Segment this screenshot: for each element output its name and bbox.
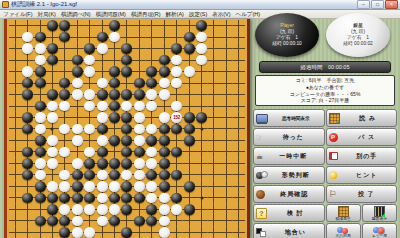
board-cell[interactable] xyxy=(133,20,145,31)
board-cell[interactable] xyxy=(46,77,58,88)
board-cell[interactable] xyxy=(59,89,71,100)
board-cell[interactable] xyxy=(21,215,33,226)
board-cell[interactable] xyxy=(183,158,195,169)
board-cell[interactable] xyxy=(84,227,96,238)
board-cell[interactable] xyxy=(208,54,220,65)
board-cell[interactable] xyxy=(34,181,46,192)
board-cell[interactable] xyxy=(96,204,108,215)
board-cell[interactable] xyxy=(59,146,71,157)
board-cell[interactable] xyxy=(146,215,158,226)
board-cell[interactable] xyxy=(195,112,207,123)
board-cell[interactable] xyxy=(71,31,83,42)
board-cell[interactable] xyxy=(59,43,71,54)
board-cell[interactable] xyxy=(146,54,158,65)
board-cell[interactable] xyxy=(46,135,58,146)
board-cell[interactable] xyxy=(195,215,207,226)
board-cell[interactable] xyxy=(183,43,195,54)
board-cell[interactable] xyxy=(46,192,58,203)
board-cell[interactable] xyxy=(21,227,33,238)
board-cell[interactable] xyxy=(59,158,71,169)
board-cell[interactable] xyxy=(220,135,232,146)
board-cell[interactable] xyxy=(71,146,83,157)
board-cell[interactable] xyxy=(84,181,96,192)
board-cell[interactable] xyxy=(96,169,108,180)
board-cell[interactable] xyxy=(208,227,220,238)
board-cell[interactable] xyxy=(195,135,207,146)
menu-item[interactable]: 表示(V) xyxy=(212,11,230,18)
board-cell[interactable] xyxy=(170,54,182,65)
territory-button[interactable]: 地合い xyxy=(253,223,325,238)
board-cell[interactable] xyxy=(121,192,133,203)
board-cell[interactable] xyxy=(158,54,170,65)
board-cell[interactable] xyxy=(146,169,158,180)
board-cell[interactable] xyxy=(121,169,133,180)
board-cell[interactable] xyxy=(9,100,21,111)
board-cell[interactable] xyxy=(146,123,158,134)
board-cell[interactable] xyxy=(208,89,220,100)
board-cell[interactable] xyxy=(9,204,21,215)
board-cell[interactable] xyxy=(108,123,120,134)
board-cell[interactable] xyxy=(46,215,58,226)
board-cell[interactable] xyxy=(121,31,133,42)
board-cell[interactable] xyxy=(233,89,245,100)
board-cell[interactable] xyxy=(158,89,170,100)
board-cell[interactable] xyxy=(121,66,133,77)
board-cell[interactable] xyxy=(34,112,46,123)
board-cell[interactable] xyxy=(233,112,245,123)
board-cell[interactable] xyxy=(170,227,182,238)
board-cell[interactable] xyxy=(170,31,182,42)
board-cell[interactable] xyxy=(195,146,207,157)
board-cell[interactable] xyxy=(183,54,195,65)
board-cell[interactable] xyxy=(71,123,83,134)
board-cell[interactable] xyxy=(146,181,158,192)
board-cell[interactable] xyxy=(208,100,220,111)
board-cell[interactable] xyxy=(133,43,145,54)
board-cell[interactable] xyxy=(84,135,96,146)
board-cell[interactable] xyxy=(71,215,83,226)
board-cell[interactable] xyxy=(195,123,207,134)
board-cell[interactable] xyxy=(96,215,108,226)
board-cell[interactable] xyxy=(84,89,96,100)
board-cell[interactable] xyxy=(146,77,158,88)
board-cell[interactable] xyxy=(34,77,46,88)
board-cell[interactable] xyxy=(9,77,21,88)
board-cell[interactable] xyxy=(146,204,158,215)
board-cell[interactable] xyxy=(133,158,145,169)
board-cell[interactable] xyxy=(195,169,207,180)
board-cell[interactable] xyxy=(46,89,58,100)
board-cell[interactable] xyxy=(46,146,58,157)
board-cell[interactable] xyxy=(96,123,108,134)
board-cell[interactable] xyxy=(21,77,33,88)
board-cell[interactable] xyxy=(84,192,96,203)
board-cell[interactable] xyxy=(9,215,21,226)
board-cell[interactable] xyxy=(220,215,232,226)
board-cell[interactable] xyxy=(121,54,133,65)
board-cell[interactable] xyxy=(220,20,232,31)
board-cell[interactable] xyxy=(71,204,83,215)
board-cell[interactable] xyxy=(21,146,33,157)
board-cell[interactable] xyxy=(108,20,120,31)
board-cell[interactable] xyxy=(84,158,96,169)
board-cell[interactable] xyxy=(146,100,158,111)
board-cell[interactable] xyxy=(133,181,145,192)
board-cell[interactable] xyxy=(195,158,207,169)
board-cell[interactable] xyxy=(195,204,207,215)
board-cell[interactable] xyxy=(84,31,96,42)
menu-item[interactable]: 解析(A) xyxy=(166,11,184,18)
another-game-button[interactable]: もう一局 xyxy=(362,223,397,238)
board-cell[interactable] xyxy=(96,100,108,111)
board-cell[interactable] xyxy=(183,89,195,100)
board-cell[interactable] xyxy=(220,100,232,111)
board-cell[interactable] xyxy=(34,54,46,65)
board-cell[interactable] xyxy=(220,43,232,54)
board-cell[interactable]: 152 xyxy=(170,112,182,123)
board-cell[interactable] xyxy=(220,123,232,134)
board-cell[interactable] xyxy=(146,66,158,77)
board-cell[interactable] xyxy=(34,66,46,77)
board-cell[interactable] xyxy=(96,192,108,203)
board-cell[interactable] xyxy=(34,204,46,215)
end-confirm-button[interactable]: 終局確認 xyxy=(253,185,325,203)
board-cell[interactable] xyxy=(121,112,133,123)
board-cell[interactable] xyxy=(21,100,33,111)
menu-item[interactable]: 棋譜再現(R) xyxy=(131,11,161,18)
record-play-button[interactable]: 棋譜再生 xyxy=(326,204,361,222)
board-cell[interactable] xyxy=(220,77,232,88)
board-cell[interactable] xyxy=(71,43,83,54)
board-cell[interactable] xyxy=(108,192,120,203)
board-cell[interactable] xyxy=(34,135,46,146)
board-cell[interactable] xyxy=(71,100,83,111)
board-cell[interactable] xyxy=(170,43,182,54)
board-cell[interactable] xyxy=(158,66,170,77)
board-cell[interactable] xyxy=(108,31,120,42)
board-cell[interactable] xyxy=(9,181,21,192)
board-cell[interactable] xyxy=(34,89,46,100)
board-cell[interactable] xyxy=(46,123,58,134)
board-cell[interactable] xyxy=(183,66,195,77)
board-cell[interactable] xyxy=(208,215,220,226)
board-cell[interactable] xyxy=(170,192,182,203)
board-cell[interactable] xyxy=(133,135,145,146)
board-cell[interactable] xyxy=(121,227,133,238)
board-cell[interactable] xyxy=(183,181,195,192)
board-cell[interactable] xyxy=(96,112,108,123)
board-cell[interactable] xyxy=(170,169,182,180)
board-cell[interactable] xyxy=(195,227,207,238)
board-cell[interactable] xyxy=(108,43,120,54)
board-cell[interactable] xyxy=(59,227,71,238)
board-cell[interactable] xyxy=(158,227,170,238)
board-cell[interactable] xyxy=(121,215,133,226)
board-cell[interactable] xyxy=(183,77,195,88)
board-cell[interactable] xyxy=(59,20,71,31)
board-cell[interactable] xyxy=(71,169,83,180)
board-cell[interactable] xyxy=(195,43,207,54)
board-cell[interactable] xyxy=(59,31,71,42)
board-cell[interactable] xyxy=(21,112,33,123)
board-cell[interactable] xyxy=(146,135,158,146)
board-cell[interactable] xyxy=(9,31,21,42)
board-cell[interactable] xyxy=(21,158,33,169)
board-cell[interactable] xyxy=(133,66,145,77)
board-edit-button[interactable]: 盤面表示 xyxy=(362,204,397,222)
menu-item[interactable]: 設定(S) xyxy=(189,11,207,18)
board-cell[interactable] xyxy=(195,31,207,42)
board-cell[interactable] xyxy=(220,204,232,215)
board-cell[interactable] xyxy=(71,192,83,203)
board-cell[interactable] xyxy=(71,135,83,146)
board-cell[interactable] xyxy=(208,77,220,88)
board-cell[interactable] xyxy=(34,123,46,134)
board-cell[interactable] xyxy=(158,43,170,54)
board-cell[interactable] xyxy=(183,146,195,157)
minimize-button[interactable]: – xyxy=(357,0,370,9)
board-cell[interactable] xyxy=(21,54,33,65)
board-cell[interactable] xyxy=(84,169,96,180)
board-cell[interactable] xyxy=(233,135,245,146)
board-cell[interactable] xyxy=(9,192,21,203)
pass-button[interactable]: パ ス xyxy=(326,128,398,146)
board-cell[interactable] xyxy=(108,204,120,215)
board-cell[interactable] xyxy=(208,43,220,54)
board-cell[interactable] xyxy=(195,192,207,203)
board-cell[interactable] xyxy=(220,227,232,238)
board-cell[interactable] xyxy=(59,169,71,180)
board-cell[interactable] xyxy=(183,123,195,134)
board-cell[interactable] xyxy=(71,89,83,100)
board-cell[interactable] xyxy=(46,181,58,192)
board-cell[interactable] xyxy=(220,181,232,192)
board-cell[interactable] xyxy=(96,77,108,88)
board-cell[interactable] xyxy=(59,192,71,203)
board-cell[interactable] xyxy=(46,158,58,169)
menu-item[interactable]: 棋譜問題(M) xyxy=(96,11,126,18)
board-cell[interactable] xyxy=(9,54,21,65)
board-cell[interactable] xyxy=(84,146,96,157)
board-cell[interactable] xyxy=(170,100,182,111)
board-cell[interactable] xyxy=(195,181,207,192)
board-cell[interactable] xyxy=(59,215,71,226)
board-cell[interactable] xyxy=(34,100,46,111)
board-cell[interactable] xyxy=(220,31,232,42)
board-cell[interactable] xyxy=(9,20,21,31)
board-cell[interactable] xyxy=(59,66,71,77)
board-cell[interactable] xyxy=(220,158,232,169)
board-cell[interactable] xyxy=(146,43,158,54)
board-cell[interactable] xyxy=(84,123,96,134)
board-cell[interactable] xyxy=(59,100,71,111)
board-cell[interactable] xyxy=(133,146,145,157)
estimate-button[interactable]: 形勢判断 xyxy=(253,166,325,184)
board-cell[interactable] xyxy=(71,112,83,123)
board-cell[interactable] xyxy=(9,227,21,238)
board-cell[interactable] xyxy=(208,66,220,77)
board-cell[interactable] xyxy=(121,123,133,134)
board-cell[interactable] xyxy=(108,169,120,180)
board-cell[interactable] xyxy=(133,89,145,100)
board-cell[interactable] xyxy=(183,135,195,146)
board-cell[interactable] xyxy=(220,146,232,157)
board-cell[interactable] xyxy=(71,181,83,192)
menu-item[interactable]: 棋譜調べ(N) xyxy=(61,11,91,18)
board-cell[interactable] xyxy=(183,227,195,238)
board-cell[interactable] xyxy=(21,123,33,134)
board-cell[interactable] xyxy=(59,123,71,134)
board-cell[interactable] xyxy=(208,123,220,134)
board-cell[interactable] xyxy=(108,158,120,169)
board-cell[interactable] xyxy=(34,146,46,157)
board-cell[interactable] xyxy=(121,204,133,215)
board-cell[interactable] xyxy=(208,169,220,180)
board-cell[interactable] xyxy=(34,158,46,169)
board-cell[interactable] xyxy=(233,43,245,54)
board-cell[interactable] xyxy=(59,54,71,65)
board-cell[interactable] xyxy=(233,66,245,77)
board-cell[interactable] xyxy=(233,54,245,65)
hint-button[interactable]: ヒント xyxy=(326,166,398,184)
board-cell[interactable] xyxy=(146,112,158,123)
board-cell[interactable] xyxy=(133,112,145,123)
board-cell[interactable] xyxy=(46,227,58,238)
board-cell[interactable] xyxy=(133,54,145,65)
board-cell[interactable] xyxy=(170,158,182,169)
board-cell[interactable] xyxy=(233,31,245,42)
menu-item[interactable]: ファイル(F) xyxy=(3,11,33,18)
board-cell[interactable] xyxy=(183,100,195,111)
board-cell[interactable] xyxy=(108,146,120,157)
board-cell[interactable] xyxy=(183,112,195,123)
board-cell[interactable] xyxy=(108,135,120,146)
board-cell[interactable] xyxy=(34,31,46,42)
board-cell[interactable] xyxy=(59,204,71,215)
board-cell[interactable] xyxy=(59,181,71,192)
board-cell[interactable] xyxy=(233,146,245,157)
board-cell[interactable] xyxy=(146,89,158,100)
board-cell[interactable] xyxy=(158,100,170,111)
board-cell[interactable] xyxy=(158,169,170,180)
board-cell[interactable] xyxy=(46,54,58,65)
board-cell[interactable] xyxy=(233,158,245,169)
board-cell[interactable] xyxy=(84,43,96,54)
board-cell[interactable] xyxy=(108,66,120,77)
board-cell[interactable] xyxy=(108,77,120,88)
close-button[interactable]: × xyxy=(385,0,398,9)
board-cell[interactable] xyxy=(71,54,83,65)
board-cell[interactable] xyxy=(84,66,96,77)
board-cell[interactable] xyxy=(21,135,33,146)
menu-item[interactable]: 対局(K) xyxy=(38,11,56,18)
board-cell[interactable] xyxy=(195,89,207,100)
board-cell[interactable] xyxy=(108,227,120,238)
board-cell[interactable] xyxy=(108,215,120,226)
board-cell[interactable] xyxy=(21,204,33,215)
thinking-time-button[interactable]: 思考時間表示 xyxy=(253,109,325,127)
board-cell[interactable] xyxy=(146,146,158,157)
board-cell[interactable] xyxy=(96,20,108,31)
board-cell[interactable] xyxy=(220,66,232,77)
board-cell[interactable] xyxy=(195,54,207,65)
board-cell[interactable] xyxy=(71,227,83,238)
board-cell[interactable] xyxy=(158,77,170,88)
board-cell[interactable] xyxy=(108,89,120,100)
board-cell[interactable] xyxy=(133,123,145,134)
board-cell[interactable] xyxy=(195,100,207,111)
board-cell[interactable] xyxy=(46,169,58,180)
board-cell[interactable] xyxy=(133,215,145,226)
board-cell[interactable] xyxy=(233,204,245,215)
board-cell[interactable] xyxy=(84,100,96,111)
board-cell[interactable] xyxy=(34,169,46,180)
board-cell[interactable] xyxy=(233,77,245,88)
board-cell[interactable] xyxy=(96,43,108,54)
board-cell[interactable] xyxy=(121,100,133,111)
board-cell[interactable] xyxy=(71,66,83,77)
board-cell[interactable] xyxy=(233,20,245,31)
board-cell[interactable] xyxy=(220,192,232,203)
board-cell[interactable] xyxy=(108,181,120,192)
board-cell[interactable] xyxy=(133,192,145,203)
board-cell[interactable] xyxy=(9,112,21,123)
board-cell[interactable] xyxy=(208,158,220,169)
next-game-button[interactable]: 次の対局 xyxy=(326,223,361,238)
board-cell[interactable] xyxy=(46,31,58,42)
board-cell[interactable] xyxy=(84,215,96,226)
board-cell[interactable] xyxy=(9,169,21,180)
board-cell[interactable] xyxy=(121,20,133,31)
board-cell[interactable] xyxy=(34,192,46,203)
board-cell[interactable] xyxy=(220,54,232,65)
board-cell[interactable] xyxy=(21,31,33,42)
board-cell[interactable] xyxy=(21,192,33,203)
board-cell[interactable] xyxy=(133,169,145,180)
board-cell[interactable] xyxy=(46,20,58,31)
board-cell[interactable] xyxy=(170,146,182,157)
board-cell[interactable] xyxy=(158,204,170,215)
board-cell[interactable] xyxy=(158,31,170,42)
board-cell[interactable] xyxy=(158,123,170,134)
board-cell[interactable] xyxy=(121,77,133,88)
maximize-button[interactable]: □ xyxy=(371,0,384,9)
board-cell[interactable] xyxy=(59,112,71,123)
board-cell[interactable] xyxy=(233,100,245,111)
board-cell[interactable] xyxy=(21,169,33,180)
board-cell[interactable] xyxy=(84,204,96,215)
board-cell[interactable] xyxy=(170,77,182,88)
board-cell[interactable] xyxy=(71,20,83,31)
board-cell[interactable] xyxy=(133,227,145,238)
board-cell[interactable] xyxy=(34,215,46,226)
board-cell[interactable] xyxy=(46,43,58,54)
board-cell[interactable] xyxy=(170,20,182,31)
board-cell[interactable] xyxy=(158,20,170,31)
board-cell[interactable] xyxy=(195,20,207,31)
resign-button[interactable]: 投 了 xyxy=(326,185,398,203)
yomi-button[interactable]: 読 み xyxy=(326,109,398,127)
board-cell[interactable] xyxy=(21,89,33,100)
board-cell[interactable] xyxy=(96,54,108,65)
board-cell[interactable] xyxy=(170,135,182,146)
board-cell[interactable] xyxy=(146,227,158,238)
board-cell[interactable] xyxy=(46,66,58,77)
board-cell[interactable] xyxy=(158,215,170,226)
board-cell[interactable] xyxy=(158,192,170,203)
board-cell[interactable] xyxy=(208,192,220,203)
board-cell[interactable] xyxy=(183,215,195,226)
